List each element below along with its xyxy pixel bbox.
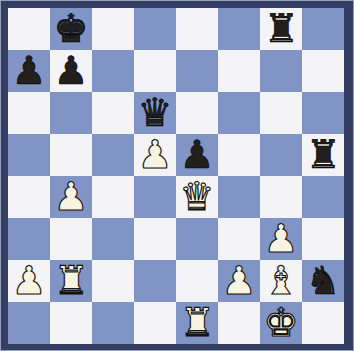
square-c4[interactable]	[92, 176, 134, 218]
piece-black-rook-h5[interactable]: ♜	[306, 135, 341, 174]
square-g5[interactable]	[260, 134, 302, 176]
square-d1[interactable]	[134, 302, 176, 344]
piece-white-king-g1[interactable]: ♚	[264, 303, 299, 342]
piece-black-king-b8[interactable]: ♚	[54, 9, 89, 48]
square-d6[interactable]: ♛	[134, 92, 176, 134]
square-c2[interactable]	[92, 260, 134, 302]
square-f6[interactable]	[218, 92, 260, 134]
square-b4[interactable]: ♟	[50, 176, 92, 218]
square-a4[interactable]	[8, 176, 50, 218]
square-b6[interactable]	[50, 92, 92, 134]
square-e7[interactable]	[176, 50, 218, 92]
square-f2[interactable]: ♟	[218, 260, 260, 302]
chess-board: ♚♜♟♟♛♟♟♜♟♛♟♟♜♟♝♞♜♚	[8, 8, 344, 344]
square-c1[interactable]	[92, 302, 134, 344]
square-b5[interactable]	[50, 134, 92, 176]
square-g7[interactable]	[260, 50, 302, 92]
square-g1[interactable]: ♚	[260, 302, 302, 344]
square-a8[interactable]	[8, 8, 50, 50]
square-e1[interactable]: ♜	[176, 302, 218, 344]
square-h1[interactable]	[302, 302, 344, 344]
square-a3[interactable]	[8, 218, 50, 260]
piece-white-rook-b2[interactable]: ♜	[54, 261, 89, 300]
piece-white-pawn-g3[interactable]: ♟	[264, 219, 299, 258]
square-h7[interactable]	[302, 50, 344, 92]
square-c3[interactable]	[92, 218, 134, 260]
square-h6[interactable]	[302, 92, 344, 134]
piece-white-rook-e1[interactable]: ♜	[180, 303, 215, 342]
square-a5[interactable]	[8, 134, 50, 176]
square-h4[interactable]	[302, 176, 344, 218]
square-g8[interactable]: ♜	[260, 8, 302, 50]
square-f8[interactable]	[218, 8, 260, 50]
square-c5[interactable]	[92, 134, 134, 176]
piece-black-pawn-e5[interactable]: ♟	[180, 135, 215, 174]
piece-white-queen-e4[interactable]: ♛	[180, 177, 215, 216]
square-b1[interactable]	[50, 302, 92, 344]
piece-white-bishop-g2[interactable]: ♝	[264, 261, 299, 300]
piece-black-knight-h2[interactable]: ♞	[306, 261, 341, 300]
square-b3[interactable]	[50, 218, 92, 260]
square-e3[interactable]	[176, 218, 218, 260]
square-d3[interactable]	[134, 218, 176, 260]
piece-black-pawn-a7[interactable]: ♟	[12, 51, 47, 90]
square-g2[interactable]: ♝	[260, 260, 302, 302]
square-f1[interactable]	[218, 302, 260, 344]
piece-black-pawn-b7[interactable]: ♟	[54, 51, 89, 90]
square-h8[interactable]	[302, 8, 344, 50]
piece-black-rook-g8[interactable]: ♜	[264, 9, 299, 48]
square-d4[interactable]	[134, 176, 176, 218]
square-d8[interactable]	[134, 8, 176, 50]
square-e8[interactable]	[176, 8, 218, 50]
square-b7[interactable]: ♟	[50, 50, 92, 92]
square-a1[interactable]	[8, 302, 50, 344]
square-e2[interactable]	[176, 260, 218, 302]
square-e4[interactable]: ♛	[176, 176, 218, 218]
square-a6[interactable]	[8, 92, 50, 134]
square-g3[interactable]: ♟	[260, 218, 302, 260]
piece-white-pawn-f2[interactable]: ♟	[222, 261, 257, 300]
piece-white-pawn-a2[interactable]: ♟	[12, 261, 47, 300]
square-b2[interactable]: ♜	[50, 260, 92, 302]
square-e6[interactable]	[176, 92, 218, 134]
square-d5[interactable]: ♟	[134, 134, 176, 176]
square-f3[interactable]	[218, 218, 260, 260]
square-h3[interactable]	[302, 218, 344, 260]
piece-white-pawn-d5[interactable]: ♟	[138, 135, 173, 174]
square-e5[interactable]: ♟	[176, 134, 218, 176]
square-f7[interactable]	[218, 50, 260, 92]
square-g4[interactable]	[260, 176, 302, 218]
square-a2[interactable]: ♟	[8, 260, 50, 302]
square-d2[interactable]	[134, 260, 176, 302]
square-b8[interactable]: ♚	[50, 8, 92, 50]
square-f5[interactable]	[218, 134, 260, 176]
piece-white-pawn-b4[interactable]: ♟	[54, 177, 89, 216]
square-c6[interactable]	[92, 92, 134, 134]
square-f4[interactable]	[218, 176, 260, 218]
square-d7[interactable]	[134, 50, 176, 92]
square-c8[interactable]	[92, 8, 134, 50]
square-h2[interactable]: ♞	[302, 260, 344, 302]
square-a7[interactable]: ♟	[8, 50, 50, 92]
square-c7[interactable]	[92, 50, 134, 92]
square-g6[interactable]	[260, 92, 302, 134]
chess-board-frame: ♚♜♟♟♛♟♟♜♟♛♟♟♜♟♝♞♜♚	[0, 0, 354, 351]
square-h5[interactable]: ♜	[302, 134, 344, 176]
piece-black-queen-d6[interactable]: ♛	[138, 93, 173, 132]
